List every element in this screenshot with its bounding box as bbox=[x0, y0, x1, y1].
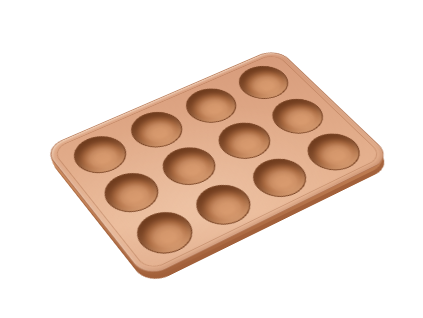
product-photo bbox=[0, 0, 423, 318]
cup-grid bbox=[56, 55, 379, 268]
